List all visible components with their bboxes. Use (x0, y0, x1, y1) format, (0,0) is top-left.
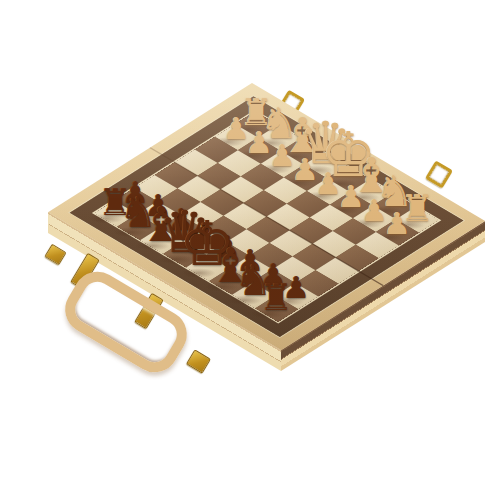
catch-plate-left (44, 244, 66, 266)
square-h8: ♜ (255, 296, 298, 322)
r-glyph: ♜ (237, 279, 317, 316)
chess-case-photo: ♜♞♝♛♚♝♞♜♟♟♟♟♟♟♟♟♟♟♟♟♟♟♟♟♜♞♝♛♚♝♞♜ (0, 0, 500, 500)
catch-plate-right (186, 349, 211, 373)
